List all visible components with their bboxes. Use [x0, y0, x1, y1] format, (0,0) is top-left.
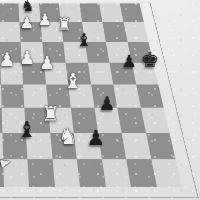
black-knight-c8: ♞ [21, 0, 34, 14]
white-pawn-a5: ♟ [0, 50, 16, 69]
black-pawn-f5: ♟ [121, 53, 136, 70]
white-bishop-d5: ♝ [64, 71, 83, 92]
white-rook-c3: ♜ [42, 104, 61, 125]
white-pawn-b7: ♟ [20, 15, 34, 31]
black-pawn-f4: ♟ [98, 94, 115, 113]
chessboard-photo: ♞♟♟♜♝♟♚♟♟♟♝♟♜♞♟♝♟ 2n5/1PPR4/4b3/PPPB1pk1… [0, 0, 200, 200]
white-rook-d7: ♜ [56, 16, 71, 33]
black-king-g5: ♚ [141, 50, 160, 71]
black-bishop-e6: ♝ [76, 31, 92, 49]
white-pawn-b5: ♟ [19, 49, 35, 67]
black-bishop-b2: ♝ [17, 119, 37, 141]
white-pawn-c5: ♟ [39, 54, 55, 72]
white-pawn-a1: ♟ [0, 156, 12, 170]
piece-layer: ♞♟♟♜♝♟♚♟♟♟♝♟♜♞♟♝♟ [0, 0, 200, 200]
white-knight-d2: ♞ [58, 126, 78, 148]
black-pawn-e2: ♟ [87, 128, 106, 149]
white-pawn-c7: ♟ [38, 12, 52, 28]
